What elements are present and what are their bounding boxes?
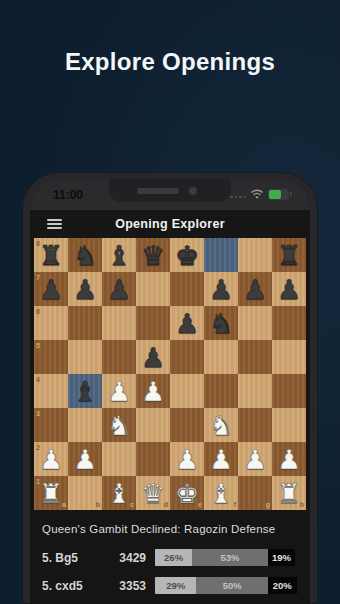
square-f3[interactable]: ♞ [204, 408, 238, 442]
piece-black-bishop: ♝ [68, 374, 102, 408]
square-e3[interactable] [170, 408, 204, 442]
piece-white-knight: ♞ [102, 408, 136, 442]
square-g6[interactable] [238, 306, 272, 340]
phone-frame: 11:00 Opening Explorer ♜8♞♝♛♚♜♟7♟♟♟♟♟6♟♞… [22, 172, 318, 604]
piece-white-pawn: ♟ [170, 442, 204, 476]
piece-black-pawn: ♟ [238, 272, 272, 306]
black-wins-segment: 20% [268, 577, 297, 594]
square-d2[interactable] [136, 442, 170, 476]
piece-white-pawn: ♟ [272, 442, 306, 476]
square-f1[interactable]: ♝f [204, 476, 238, 510]
piece-white-pawn: ♟ [238, 442, 272, 476]
square-c4[interactable]: ♟ [102, 374, 136, 408]
piece-white-pawn: ♟ [136, 374, 170, 408]
app-bar: Opening Explorer [30, 210, 310, 238]
draws-segment: 53% [192, 549, 268, 566]
square-a1[interactable]: ♜1a [34, 476, 68, 510]
square-d4[interactable]: ♟ [136, 374, 170, 408]
move-san: 5. cxd5 [42, 579, 102, 593]
piece-black-pawn: ♟ [102, 272, 136, 306]
square-h3[interactable] [272, 408, 306, 442]
rank-label-6: 6 [36, 308, 40, 315]
piece-black-queen: ♛ [136, 238, 170, 272]
square-e5[interactable] [170, 340, 204, 374]
square-c8[interactable]: ♝ [102, 238, 136, 272]
square-e2[interactable]: ♟ [170, 442, 204, 476]
piece-black-pawn: ♟ [204, 272, 238, 306]
app-title: Opening Explorer [30, 217, 310, 231]
square-e4[interactable] [170, 374, 204, 408]
square-f5[interactable] [204, 340, 238, 374]
file-label-h: h [300, 501, 304, 508]
speaker-slot [137, 188, 179, 194]
move-san: 5. Bg5 [42, 551, 102, 565]
piece-white-pawn: ♟ [68, 442, 102, 476]
piece-black-pawn: ♟ [68, 272, 102, 306]
piece-black-knight: ♞ [68, 238, 102, 272]
square-a7[interactable]: ♟7 [34, 272, 68, 306]
explore-openings-screen: { "page": { "title": "Explore Openings",… [0, 0, 340, 604]
square-c3[interactable]: ♞ [102, 408, 136, 442]
square-g3[interactable] [238, 408, 272, 442]
status-icons [230, 188, 292, 200]
piece-white-knight: ♞ [204, 408, 238, 442]
hamburger-icon[interactable] [47, 219, 62, 230]
result-bar: 29% 50% 20% [155, 577, 298, 594]
rank-label-3: 3 [36, 410, 40, 417]
file-label-g: g [266, 501, 270, 508]
file-label-a: a [62, 501, 66, 508]
square-a4[interactable]: 4 [34, 374, 68, 408]
square-f4[interactable] [204, 374, 238, 408]
white-wins-segment: 29% [155, 577, 196, 594]
cellular-signal-icon [230, 190, 246, 198]
phone-notch [109, 179, 231, 202]
square-e7[interactable] [170, 272, 204, 306]
piece-black-knight: ♞ [204, 306, 238, 340]
piece-black-rook: ♜ [272, 238, 306, 272]
square-d1[interactable]: ♛d [136, 476, 170, 510]
move-row-bg5[interactable]: 5. Bg5 3429 26% 53% 19% [42, 549, 298, 566]
square-e8[interactable]: ♚ [170, 238, 204, 272]
piece-black-king: ♚ [170, 238, 204, 272]
page-title: Explore Openings [0, 48, 340, 76]
square-h7[interactable]: ♟ [272, 272, 306, 306]
explorer-panel: Queen's Gambit Declined: Ragozin Defense… [30, 510, 310, 594]
square-c1[interactable]: ♝c [102, 476, 136, 510]
square-f6[interactable]: ♞ [204, 306, 238, 340]
square-g2[interactable]: ♟ [238, 442, 272, 476]
black-wins-segment: 19% [268, 549, 295, 566]
square-g8[interactable] [238, 238, 272, 272]
battery-icon [268, 189, 289, 200]
battery-nub [290, 192, 292, 196]
square-d5[interactable]: ♟ [136, 340, 170, 374]
piece-white-pawn: ♟ [102, 374, 136, 408]
square-f8[interactable] [204, 238, 238, 272]
status-time: 11:00 [53, 188, 83, 202]
square-c2[interactable] [102, 442, 136, 476]
rank-label-7: 7 [36, 274, 40, 281]
rank-label-2: 2 [36, 444, 40, 451]
square-d7[interactable] [136, 272, 170, 306]
phone-screen: 11:00 Opening Explorer ♜8♞♝♛♚♜♟7♟♟♟♟♟6♟♞… [30, 179, 310, 604]
rank-label-1: 1 [36, 478, 40, 485]
draws-segment: 50% [196, 577, 268, 594]
file-label-c: c [130, 501, 134, 508]
square-e1[interactable]: ♚e [170, 476, 204, 510]
square-b1[interactable]: b [68, 476, 102, 510]
square-c6[interactable] [102, 306, 136, 340]
square-g4[interactable] [238, 374, 272, 408]
status-bar: 11:00 [30, 179, 310, 210]
square-g1[interactable]: g [238, 476, 272, 510]
square-a8[interactable]: ♜8 [34, 238, 68, 272]
square-b5[interactable] [68, 340, 102, 374]
file-label-e: e [198, 501, 202, 508]
piece-black-pawn: ♟ [272, 272, 306, 306]
rank-label-5: 5 [36, 342, 40, 349]
square-f7[interactable]: ♟ [204, 272, 238, 306]
square-b4[interactable]: ♝ [68, 374, 102, 408]
camera-dot [189, 187, 197, 195]
move-games-count: 3429 [102, 551, 146, 565]
square-e6[interactable]: ♟ [170, 306, 204, 340]
square-a3[interactable]: 3 [34, 408, 68, 442]
opening-name: Queen's Gambit Declined: Ragozin Defense [42, 523, 298, 535]
piece-black-pawn: ♟ [170, 306, 204, 340]
file-label-f: f [234, 501, 236, 508]
piece-black-pawn: ♟ [136, 340, 170, 374]
square-c7[interactable]: ♟ [102, 272, 136, 306]
square-a6[interactable]: 6 [34, 306, 68, 340]
result-bar: 26% 53% 19% [155, 549, 298, 566]
wifi-icon [250, 189, 264, 200]
square-b6[interactable] [68, 306, 102, 340]
chess-board: ♜8♞♝♛♚♜♟7♟♟♟♟♟6♟♞5♟4♝♟♟3♞♞♟2♟♟♟♟♟♜1ab♝c♛… [34, 238, 306, 510]
square-h8[interactable]: ♜ [272, 238, 306, 272]
square-d3[interactable] [136, 408, 170, 442]
square-b8[interactable]: ♞ [68, 238, 102, 272]
rank-label-4: 4 [36, 376, 40, 383]
file-label-d: d [164, 501, 168, 508]
square-h6[interactable] [272, 306, 306, 340]
move-row-cxd5[interactable]: 5. cxd5 3353 29% 50% 20% [42, 577, 298, 594]
piece-white-pawn: ♟ [204, 442, 238, 476]
square-h2[interactable]: ♟ [272, 442, 306, 476]
square-h5[interactable] [272, 340, 306, 374]
square-h4[interactable] [272, 374, 306, 408]
square-a2[interactable]: ♟2 [34, 442, 68, 476]
square-g7[interactable]: ♟ [238, 272, 272, 306]
square-d6[interactable] [136, 306, 170, 340]
rank-label-8: 8 [36, 240, 40, 247]
square-g5[interactable] [238, 340, 272, 374]
square-f2[interactable]: ♟ [204, 442, 238, 476]
move-games-count: 3353 [102, 579, 146, 593]
square-b7[interactable]: ♟ [68, 272, 102, 306]
white-wins-segment: 26% [155, 549, 192, 566]
square-a5[interactable]: 5 [34, 340, 68, 374]
square-c5[interactable] [102, 340, 136, 374]
square-d8[interactable]: ♛ [136, 238, 170, 272]
square-b2[interactable]: ♟ [68, 442, 102, 476]
file-label-b: b [96, 501, 100, 508]
piece-black-bishop: ♝ [102, 238, 136, 272]
square-b3[interactable] [68, 408, 102, 442]
square-h1[interactable]: ♜h [272, 476, 306, 510]
